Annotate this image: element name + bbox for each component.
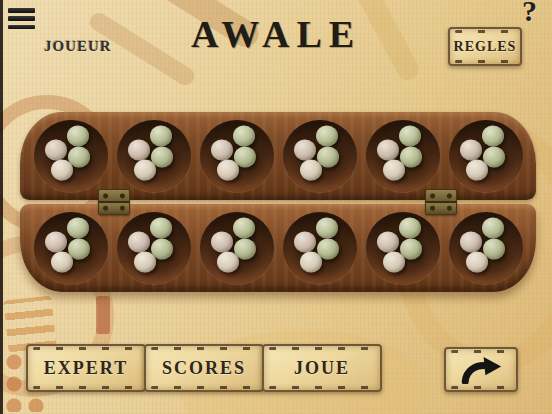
background-motif — [96, 296, 110, 334]
seed — [377, 232, 399, 253]
seed — [377, 140, 399, 161]
help-icon[interactable]: ? — [522, 0, 537, 28]
seed — [466, 252, 488, 273]
hinge-left — [98, 189, 130, 215]
seed — [51, 160, 73, 181]
seed — [67, 125, 89, 146]
seed — [317, 147, 339, 168]
awale-app-screen: JOUEUR AWALE REGLES ? EXPERT SCORES JOUE — [0, 0, 552, 414]
seed — [400, 239, 422, 260]
seed — [68, 147, 90, 168]
seed — [217, 252, 239, 273]
expert-button-label: EXPERT — [44, 358, 128, 379]
scores-button-label: SCORES — [162, 358, 246, 379]
seed — [483, 147, 505, 168]
seed — [400, 147, 422, 168]
curved-right-arrow-icon — [460, 356, 502, 384]
seed — [399, 217, 421, 238]
seed — [234, 239, 256, 260]
seed — [317, 239, 339, 260]
pit-top-3[interactable] — [200, 120, 274, 192]
seed — [211, 140, 233, 161]
seed — [234, 147, 256, 168]
seed — [294, 232, 316, 253]
seed — [67, 217, 89, 238]
seed — [150, 125, 172, 146]
pit-bottom-3[interactable] — [200, 212, 274, 284]
seed — [217, 160, 239, 181]
seed — [128, 232, 150, 253]
pit-top-2[interactable] — [117, 120, 191, 192]
pit-bottom-6[interactable] — [449, 212, 523, 284]
hinge-right — [425, 189, 457, 215]
pit-top-4[interactable] — [283, 120, 357, 192]
seed — [294, 140, 316, 161]
seed — [316, 125, 338, 146]
seed — [316, 217, 338, 238]
seed — [460, 232, 482, 253]
seed — [466, 160, 488, 181]
play-button[interactable]: JOUE — [262, 344, 382, 392]
seed — [45, 232, 67, 253]
seed — [51, 252, 73, 273]
seed — [233, 125, 255, 146]
seed — [383, 252, 405, 273]
menu-bar — [8, 25, 35, 30]
pit-bottom-5[interactable] — [366, 212, 440, 284]
scores-button[interactable]: SCORES — [144, 344, 264, 392]
seed — [483, 239, 505, 260]
seed — [460, 140, 482, 161]
board-row-top — [20, 112, 536, 200]
menu-bar — [8, 8, 35, 13]
seed — [211, 232, 233, 253]
seed — [150, 217, 172, 238]
awale-board — [20, 112, 536, 292]
seed — [68, 239, 90, 260]
rules-button[interactable]: REGLES — [448, 27, 522, 66]
pit-top-1[interactable] — [34, 120, 108, 192]
seed — [134, 160, 156, 181]
seed — [134, 252, 156, 273]
seed — [300, 160, 322, 181]
seed — [151, 239, 173, 260]
player-button[interactable]: JOUEUR — [44, 38, 112, 55]
pit-top-5[interactable] — [366, 120, 440, 192]
left-edge-strip — [0, 0, 3, 414]
seed — [45, 140, 67, 161]
board-row-bottom — [20, 204, 536, 292]
seed — [482, 217, 504, 238]
seed — [151, 147, 173, 168]
seed — [300, 252, 322, 273]
pit-bottom-4[interactable] — [283, 212, 357, 284]
page-title: AWALE — [191, 12, 361, 56]
seed — [128, 140, 150, 161]
menu-bar — [8, 16, 35, 21]
expert-button[interactable]: EXPERT — [26, 344, 146, 392]
pit-bottom-1[interactable] — [34, 212, 108, 284]
pit-top-6[interactable] — [449, 120, 523, 192]
pit-bottom-2[interactable] — [117, 212, 191, 284]
next-arrow-button[interactable] — [444, 347, 518, 392]
seed — [383, 160, 405, 181]
play-button-label: JOUE — [294, 358, 350, 379]
seed — [482, 125, 504, 146]
rules-button-label: REGLES — [454, 39, 517, 55]
seed — [233, 217, 255, 238]
seed — [399, 125, 421, 146]
hamburger-menu-icon[interactable] — [8, 8, 35, 29]
